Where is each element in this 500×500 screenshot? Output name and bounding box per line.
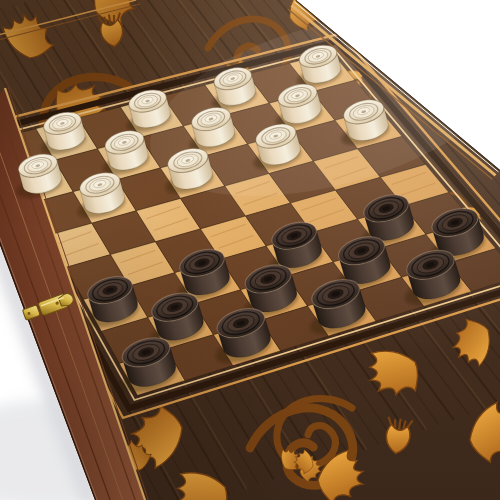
- scene: [0, 0, 500, 500]
- board-photo: [0, 0, 500, 500]
- board-container: [0, 0, 500, 500]
